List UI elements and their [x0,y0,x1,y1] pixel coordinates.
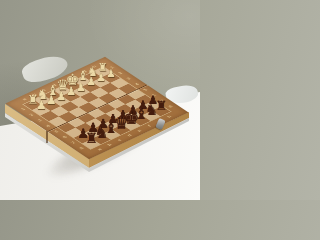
rank-label-left: 6 [60,135,70,140]
rank-label-left: 3 [35,118,45,123]
rank-label-left: 2 [27,112,37,117]
rank-label-right: 7 [158,99,168,104]
rank-label-left: 5 [52,129,62,134]
rank-label-right: 1 [108,65,118,70]
rank-label-right: 5 [141,87,151,92]
rank-label-left: 1 [19,107,29,112]
rank-label-right: 8 [166,104,176,109]
rank-label-right: 2 [116,71,126,76]
rank-label-left: 8 [77,146,87,151]
rank-label-left: 7 [69,140,79,145]
rank-label-right: 6 [149,93,159,98]
rank-label-right: 3 [124,76,134,81]
product-photo-chess-set[interactable]: { "game": "chess", "position": { "fen": … [0,0,200,200]
